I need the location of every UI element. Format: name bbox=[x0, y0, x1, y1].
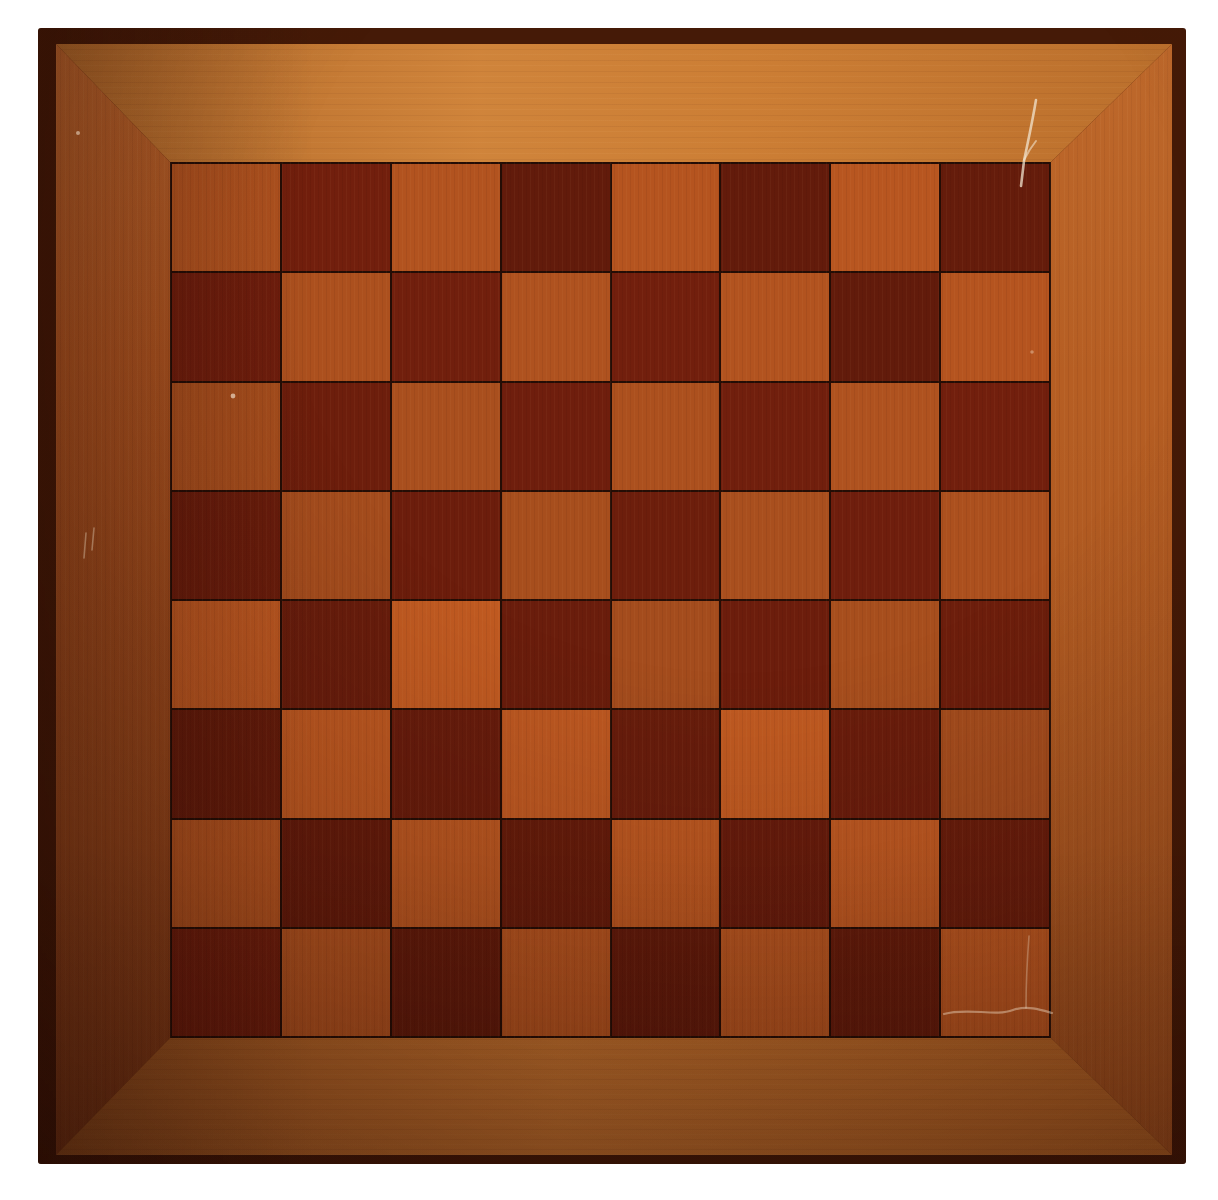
square-b7[interactable] bbox=[282, 273, 390, 380]
square-d6[interactable] bbox=[502, 383, 610, 490]
square-h2[interactable] bbox=[941, 820, 1049, 927]
square-g1[interactable] bbox=[831, 929, 939, 1036]
square-a7[interactable] bbox=[172, 273, 280, 380]
square-b1[interactable] bbox=[282, 929, 390, 1036]
square-g4[interactable] bbox=[831, 601, 939, 708]
square-e2[interactable] bbox=[612, 820, 720, 927]
square-f4[interactable] bbox=[721, 601, 829, 708]
square-g6[interactable] bbox=[831, 383, 939, 490]
square-h5[interactable] bbox=[941, 492, 1049, 599]
square-c6[interactable] bbox=[392, 383, 500, 490]
square-b3[interactable] bbox=[282, 710, 390, 817]
square-h1[interactable] bbox=[941, 929, 1049, 1036]
square-b6[interactable] bbox=[282, 383, 390, 490]
square-f1[interactable] bbox=[721, 929, 829, 1036]
square-f6[interactable] bbox=[721, 383, 829, 490]
square-a2[interactable] bbox=[172, 820, 280, 927]
square-b5[interactable] bbox=[282, 492, 390, 599]
square-h6[interactable] bbox=[941, 383, 1049, 490]
square-c3[interactable] bbox=[392, 710, 500, 817]
square-e8[interactable] bbox=[612, 164, 720, 271]
board-outer-edge bbox=[38, 28, 1186, 1164]
square-e7[interactable] bbox=[612, 273, 720, 380]
square-d4[interactable] bbox=[502, 601, 610, 708]
square-d3[interactable] bbox=[502, 710, 610, 817]
square-h7[interactable] bbox=[941, 273, 1049, 380]
square-f2[interactable] bbox=[721, 820, 829, 927]
square-d7[interactable] bbox=[502, 273, 610, 380]
square-h3[interactable] bbox=[941, 710, 1049, 817]
square-c7[interactable] bbox=[392, 273, 500, 380]
square-c8[interactable] bbox=[392, 164, 500, 271]
square-a5[interactable] bbox=[172, 492, 280, 599]
square-b8[interactable] bbox=[282, 164, 390, 271]
square-g7[interactable] bbox=[831, 273, 939, 380]
square-d5[interactable] bbox=[502, 492, 610, 599]
square-d2[interactable] bbox=[502, 820, 610, 927]
square-h4[interactable] bbox=[941, 601, 1049, 708]
square-d8[interactable] bbox=[502, 164, 610, 271]
square-e6[interactable] bbox=[612, 383, 720, 490]
square-a6[interactable] bbox=[172, 383, 280, 490]
square-g3[interactable] bbox=[831, 710, 939, 817]
square-c4[interactable] bbox=[392, 601, 500, 708]
square-g5[interactable] bbox=[831, 492, 939, 599]
square-c1[interactable] bbox=[392, 929, 500, 1036]
square-a8[interactable] bbox=[172, 164, 280, 271]
square-g2[interactable] bbox=[831, 820, 939, 927]
square-f8[interactable] bbox=[721, 164, 829, 271]
square-b2[interactable] bbox=[282, 820, 390, 927]
square-a1[interactable] bbox=[172, 929, 280, 1036]
square-c2[interactable] bbox=[392, 820, 500, 927]
square-e3[interactable] bbox=[612, 710, 720, 817]
square-e1[interactable] bbox=[612, 929, 720, 1036]
square-h8[interactable] bbox=[941, 164, 1049, 271]
square-e4[interactable] bbox=[612, 601, 720, 708]
square-e5[interactable] bbox=[612, 492, 720, 599]
photo-canvas bbox=[0, 0, 1218, 1200]
chess-board[interactable] bbox=[170, 162, 1051, 1038]
square-g8[interactable] bbox=[831, 164, 939, 271]
square-b4[interactable] bbox=[282, 601, 390, 708]
square-d1[interactable] bbox=[502, 929, 610, 1036]
square-f5[interactable] bbox=[721, 492, 829, 599]
square-a4[interactable] bbox=[172, 601, 280, 708]
square-c5[interactable] bbox=[392, 492, 500, 599]
square-a3[interactable] bbox=[172, 710, 280, 817]
square-f7[interactable] bbox=[721, 273, 829, 380]
square-f3[interactable] bbox=[721, 710, 829, 817]
